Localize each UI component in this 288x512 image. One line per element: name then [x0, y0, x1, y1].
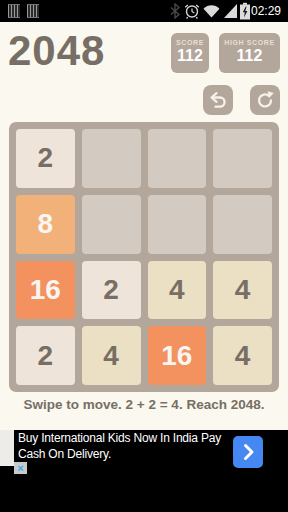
wifi-icon [203, 5, 220, 18]
battery-charging-icon [239, 2, 251, 20]
tile-4: 4 [213, 261, 272, 320]
tile-4: 4 [213, 326, 272, 385]
high-score-label: HIGH SCORE [219, 39, 280, 46]
phone-screen: 02:29 2048 SCORE 112 HIGH SCORE 112 2816… [0, 0, 288, 512]
tile-16: 16 [148, 326, 207, 385]
tile-2: 2 [82, 261, 141, 320]
notification-icon [8, 4, 20, 18]
ad-text[interactable]: Buy International Kids Now In India Pay … [18, 431, 232, 462]
ad-line1[interactable]: Buy International Kids Now In India Pay [18, 431, 232, 447]
status-bar: 02:29 [0, 0, 288, 22]
app-title: 2048 [8, 30, 105, 72]
alarm-clock-icon [184, 3, 200, 19]
ad-banner[interactable]: Buy International Kids Now In India Pay … [0, 430, 288, 474]
empty-cell [213, 129, 272, 188]
ad-line2[interactable]: Cash On Delivery. [18, 447, 232, 463]
tile-4: 4 [82, 326, 141, 385]
chevron-right-icon [242, 443, 255, 461]
tile-4: 4 [148, 261, 207, 320]
notification-icon [27, 4, 39, 18]
high-score-box: HIGH SCORE 112 [219, 33, 280, 73]
tile-16: 16 [16, 261, 75, 320]
bluetooth-icon [170, 3, 180, 19]
restart-button[interactable] [250, 85, 280, 115]
tile-8: 8 [16, 195, 75, 254]
score-label: SCORE [171, 39, 209, 46]
score-box: SCORE 112 [171, 33, 209, 73]
navigation-bar [0, 474, 288, 512]
tile-2: 2 [16, 129, 75, 188]
ad-cta-button[interactable] [233, 436, 263, 468]
undo-icon [208, 90, 228, 110]
board[interactable]: 281624424164 [9, 122, 279, 392]
tile-2: 2 [16, 326, 75, 385]
refresh-icon [255, 90, 275, 110]
empty-cell [213, 195, 272, 254]
status-time: 02:29 [251, 4, 281, 18]
undo-button[interactable] [203, 85, 233, 115]
high-score-value: 112 [219, 46, 280, 65]
signal-icon [224, 4, 237, 18]
ad-left-gutter [0, 430, 14, 466]
help-text: Swipe to move. 2 + 2 = 4. Reach 2048. [0, 397, 288, 412]
empty-cell [148, 195, 207, 254]
empty-cell [148, 129, 207, 188]
game-area: 2048 SCORE 112 HIGH SCORE 112 2816244241… [0, 22, 288, 430]
score-value: 112 [171, 46, 209, 65]
empty-cell [82, 129, 141, 188]
empty-cell [82, 195, 141, 254]
